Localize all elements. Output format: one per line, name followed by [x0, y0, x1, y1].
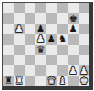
square-h1[interactable]: ♚	[79, 76, 90, 86]
square-f1[interactable]: ♝	[57, 76, 68, 86]
square-d6[interactable]: ♟	[35, 24, 46, 34]
piece-white-queen[interactable]: ♛	[47, 76, 56, 86]
piece-white-pawn[interactable]: ♟	[36, 34, 45, 44]
piece-black-king[interactable]: ♚	[69, 14, 78, 24]
square-g1[interactable]	[68, 76, 79, 86]
square-e3[interactable]	[46, 55, 57, 65]
square-h5[interactable]	[79, 34, 90, 44]
square-e7[interactable]	[46, 13, 57, 23]
square-f5[interactable]: ♞	[57, 34, 68, 44]
square-e5[interactable]: ♟	[46, 34, 57, 44]
square-g6[interactable]: ♟	[68, 24, 79, 34]
square-d4[interactable]: ♛	[35, 45, 46, 55]
square-f7[interactable]	[57, 13, 68, 23]
board-frame: ♚♟♟♟♟♟♞♛♟♟♜♜♛♝♚	[2, 2, 93, 90]
piece-white-pawn[interactable]: ♟	[69, 66, 78, 76]
square-h6[interactable]	[79, 24, 90, 34]
square-c4[interactable]	[25, 45, 36, 55]
square-a1[interactable]: ♜	[3, 76, 14, 86]
square-a6[interactable]	[3, 24, 14, 34]
square-g5[interactable]	[68, 34, 79, 44]
square-b3[interactable]	[14, 55, 25, 65]
piece-white-pawn[interactable]: ♟	[79, 66, 88, 76]
square-a4[interactable]	[3, 45, 14, 55]
square-c7[interactable]	[25, 13, 36, 23]
square-g2[interactable]: ♟	[68, 65, 79, 75]
square-f4[interactable]	[57, 45, 68, 55]
square-h8[interactable]	[79, 3, 90, 13]
square-c1[interactable]	[25, 76, 36, 86]
square-d7[interactable]	[35, 13, 46, 23]
piece-black-knight[interactable]: ♞	[58, 34, 67, 44]
piece-black-pawn[interactable]: ♟	[69, 24, 78, 34]
square-a8[interactable]	[3, 3, 14, 13]
piece-white-king[interactable]: ♚	[79, 76, 88, 86]
square-e8[interactable]	[46, 3, 57, 13]
square-e2[interactable]	[46, 65, 57, 75]
square-a7[interactable]	[3, 13, 14, 23]
square-g8[interactable]	[68, 3, 79, 13]
square-e4[interactable]	[46, 45, 57, 55]
square-c6[interactable]	[25, 24, 36, 34]
square-f2[interactable]	[57, 65, 68, 75]
piece-black-rook[interactable]: ♜	[4, 76, 13, 86]
square-h2[interactable]: ♟	[79, 65, 90, 75]
square-e1[interactable]: ♛	[46, 76, 57, 86]
chess-board: ♚♟♟♟♟♟♞♛♟♟♜♜♛♝♚	[3, 3, 89, 86]
piece-white-bishop[interactable]: ♝	[58, 76, 67, 86]
piece-white-rook[interactable]: ♜	[15, 76, 24, 86]
square-f8[interactable]	[57, 3, 68, 13]
square-h7[interactable]	[79, 13, 90, 23]
square-h4[interactable]	[79, 45, 90, 55]
square-a2[interactable]	[3, 65, 14, 75]
square-c5[interactable]	[25, 34, 36, 44]
square-h3[interactable]	[79, 55, 90, 65]
square-b2[interactable]	[14, 65, 25, 75]
square-f3[interactable]	[57, 55, 68, 65]
square-g3[interactable]	[68, 55, 79, 65]
piece-black-queen[interactable]: ♛	[36, 45, 45, 55]
square-b6[interactable]: ♟	[14, 24, 25, 34]
square-c3[interactable]	[25, 55, 36, 65]
chess-app-window: ♚♟♟♟♟♟♞♛♟♟♜♜♛♝♚	[0, 0, 94, 91]
square-b7[interactable]	[14, 13, 25, 23]
square-g7[interactable]: ♚	[68, 13, 79, 23]
piece-white-pawn[interactable]: ♟	[15, 24, 24, 34]
square-d1[interactable]	[35, 76, 46, 86]
square-b8[interactable]	[14, 3, 25, 13]
square-c2[interactable]	[25, 65, 36, 75]
square-d2[interactable]	[35, 65, 46, 75]
square-c8[interactable]	[25, 3, 36, 13]
square-b1[interactable]: ♜	[14, 76, 25, 86]
square-g4[interactable]	[68, 45, 79, 55]
square-e6[interactable]	[46, 24, 57, 34]
square-b4[interactable]	[14, 45, 25, 55]
square-a5[interactable]	[3, 34, 14, 44]
square-a3[interactable]	[3, 55, 14, 65]
square-d3[interactable]	[35, 55, 46, 65]
piece-black-pawn[interactable]: ♟	[47, 34, 56, 44]
square-f6[interactable]	[57, 24, 68, 34]
piece-black-pawn[interactable]: ♟	[36, 24, 45, 34]
square-d5[interactable]: ♟	[35, 34, 46, 44]
square-d8[interactable]	[35, 3, 46, 13]
square-b5[interactable]	[14, 34, 25, 44]
